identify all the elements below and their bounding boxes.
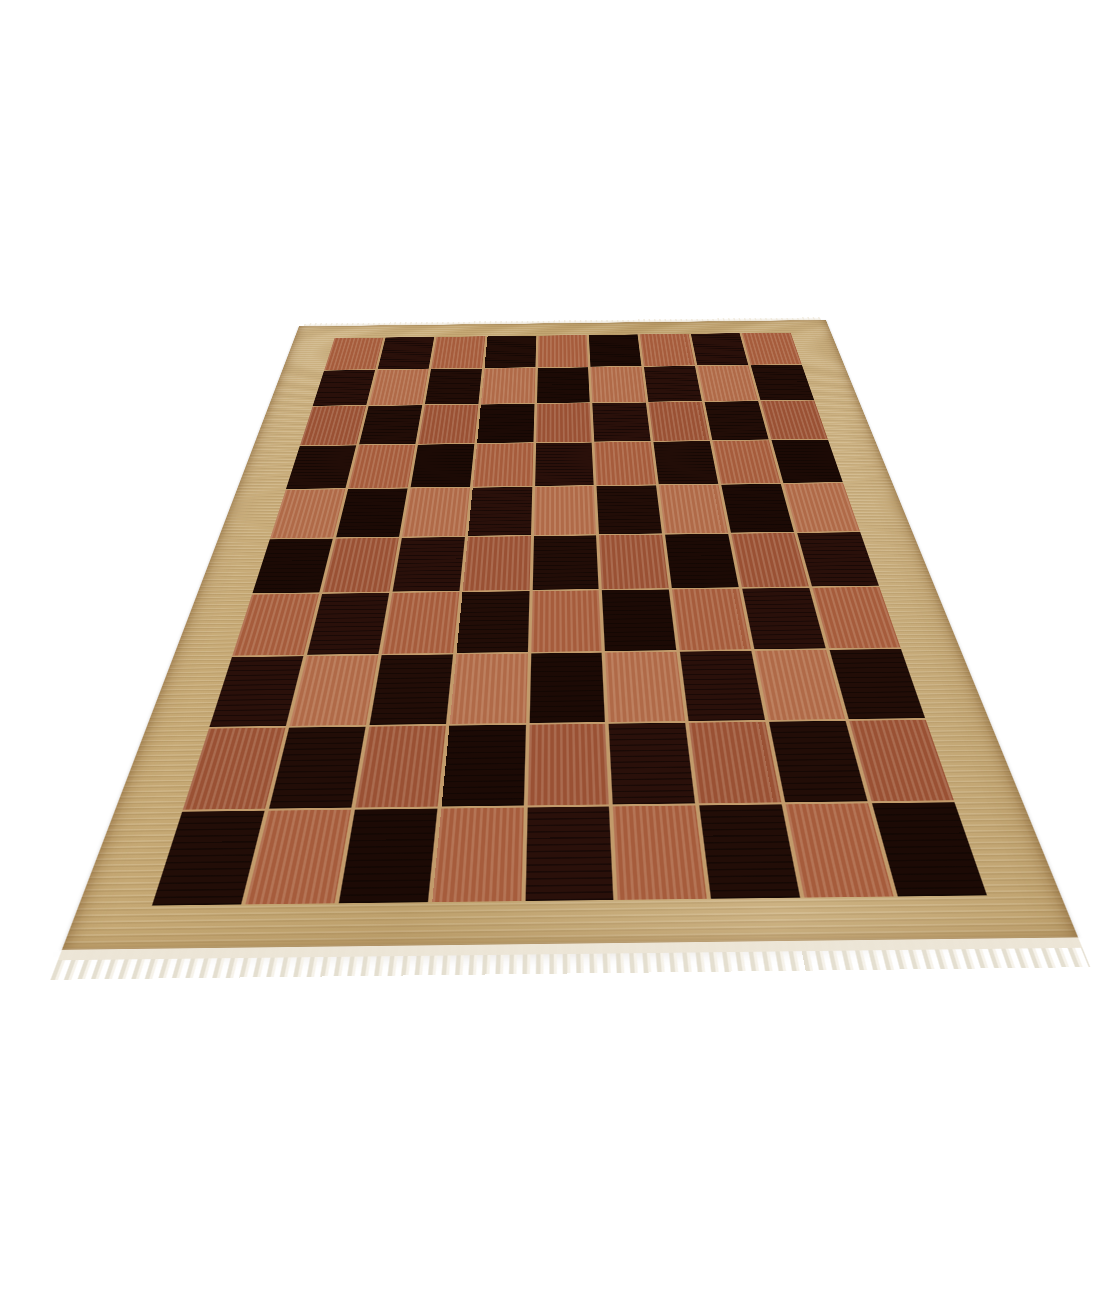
square-r10c6-light [613,805,707,900]
square-r8c4-light [449,654,527,725]
square-r7c3-light [382,592,459,654]
square-r10c4-light [432,807,524,902]
square-r9c2-dark [269,727,365,808]
square-r3c5-light [536,403,592,442]
square-r4c6-light [595,442,657,485]
square-r1c8-dark [691,333,748,365]
square-r2c5-dark [537,367,590,402]
rug-photo [0,0,1100,1300]
square-r7c4-dark [456,591,529,653]
square-r1c7-light [640,334,695,366]
square-r1c9-light [742,333,802,365]
square-r6c9-dark [797,532,879,586]
square-r9c1-light [183,728,285,810]
square-r2c6-light [591,367,646,402]
square-r2c9-dark [751,365,814,400]
square-r5c6-dark [597,486,662,534]
square-r5c3-light [402,488,470,537]
square-r1c5-light [538,335,589,367]
square-r4c9-dark [772,440,843,483]
square-r9c4-dark [441,725,525,806]
square-r10c3-dark [338,808,437,903]
square-r5c4-dark [468,487,532,536]
square-r9c7-light [689,722,781,803]
square-r4c7-dark [654,441,719,484]
square-r7c2-dark [307,593,389,655]
square-r3c9-light [761,400,828,439]
square-r8c3-dark [369,654,452,725]
square-r4c4-light [473,443,534,486]
square-r4c2-light [348,445,415,489]
square-r7c8-dark [742,588,825,650]
square-r9c3-light [355,726,445,807]
square-r3c1-light [300,406,366,445]
square-r1c6-dark [589,334,642,366]
fringe-bottom-edge [50,937,1090,979]
square-r6c1-dark [252,538,332,593]
square-r3c7-light [649,402,710,441]
photo-background: { "game": "checkers-style checkerboard (… [0,0,1100,1300]
square-r1c3-light [431,336,485,368]
square-r7c1-light [232,594,319,656]
square-r8c9-dark [830,649,926,719]
square-r3c6-dark [593,402,651,441]
square-r9c9-light [849,720,953,801]
square-r2c1-dark [313,370,375,406]
square-r10c5-dark [525,806,614,901]
square-r3c3-light [418,404,478,443]
square-r7c5-light [531,590,602,652]
square-r4c8-light [713,440,781,483]
square-r6c4-light [462,536,530,591]
square-r4c3-dark [410,444,474,488]
square-r2c7-dark [644,366,702,401]
square-r1c2-dark [378,337,434,369]
square-r2c3-dark [425,369,482,404]
square-r5c5-light [534,486,597,535]
square-r9c5-light [527,724,609,805]
square-r5c2-dark [336,489,407,538]
square-r7c7-light [672,589,751,651]
square-r4c5-dark [535,443,594,486]
square-r8c7-dark [680,651,765,721]
square-r6c7-dark [665,534,739,588]
square-r5c9-light [784,483,860,531]
square-r2c4-light [481,368,535,403]
square-r4c1-dark [286,445,356,489]
square-r3c8-dark [705,401,769,440]
square-r6c5-dark [532,535,599,590]
square-r10c7-dark [700,804,801,899]
square-r3c4-dark [477,404,534,443]
square-r5c8-dark [721,484,793,532]
rug-border [62,320,1078,950]
square-r9c6-dark [609,723,695,804]
square-r8c6-light [605,652,685,722]
square-r6c8-light [731,533,809,587]
square-r7c6-dark [602,589,676,651]
checkerboard-field [152,333,987,906]
square-r7c9-light [812,587,900,649]
square-r8c2-light [289,655,378,726]
square-r6c3-dark [392,537,464,592]
square-r6c2-light [322,538,398,593]
square-r2c8-light [698,366,758,401]
fringe-top-edge [304,317,822,326]
square-r8c1-dark [209,656,303,727]
square-r1c1-light [324,338,383,370]
square-r5c1-light [270,489,345,538]
rug-perspective-plane [62,320,1078,950]
square-r8c5-dark [529,653,605,723]
square-r6c6-light [599,534,669,588]
square-r5c7-light [659,485,728,533]
square-r3c2-dark [359,405,422,444]
square-r1c4-dark [484,336,536,368]
square-r2c2-light [369,369,429,405]
